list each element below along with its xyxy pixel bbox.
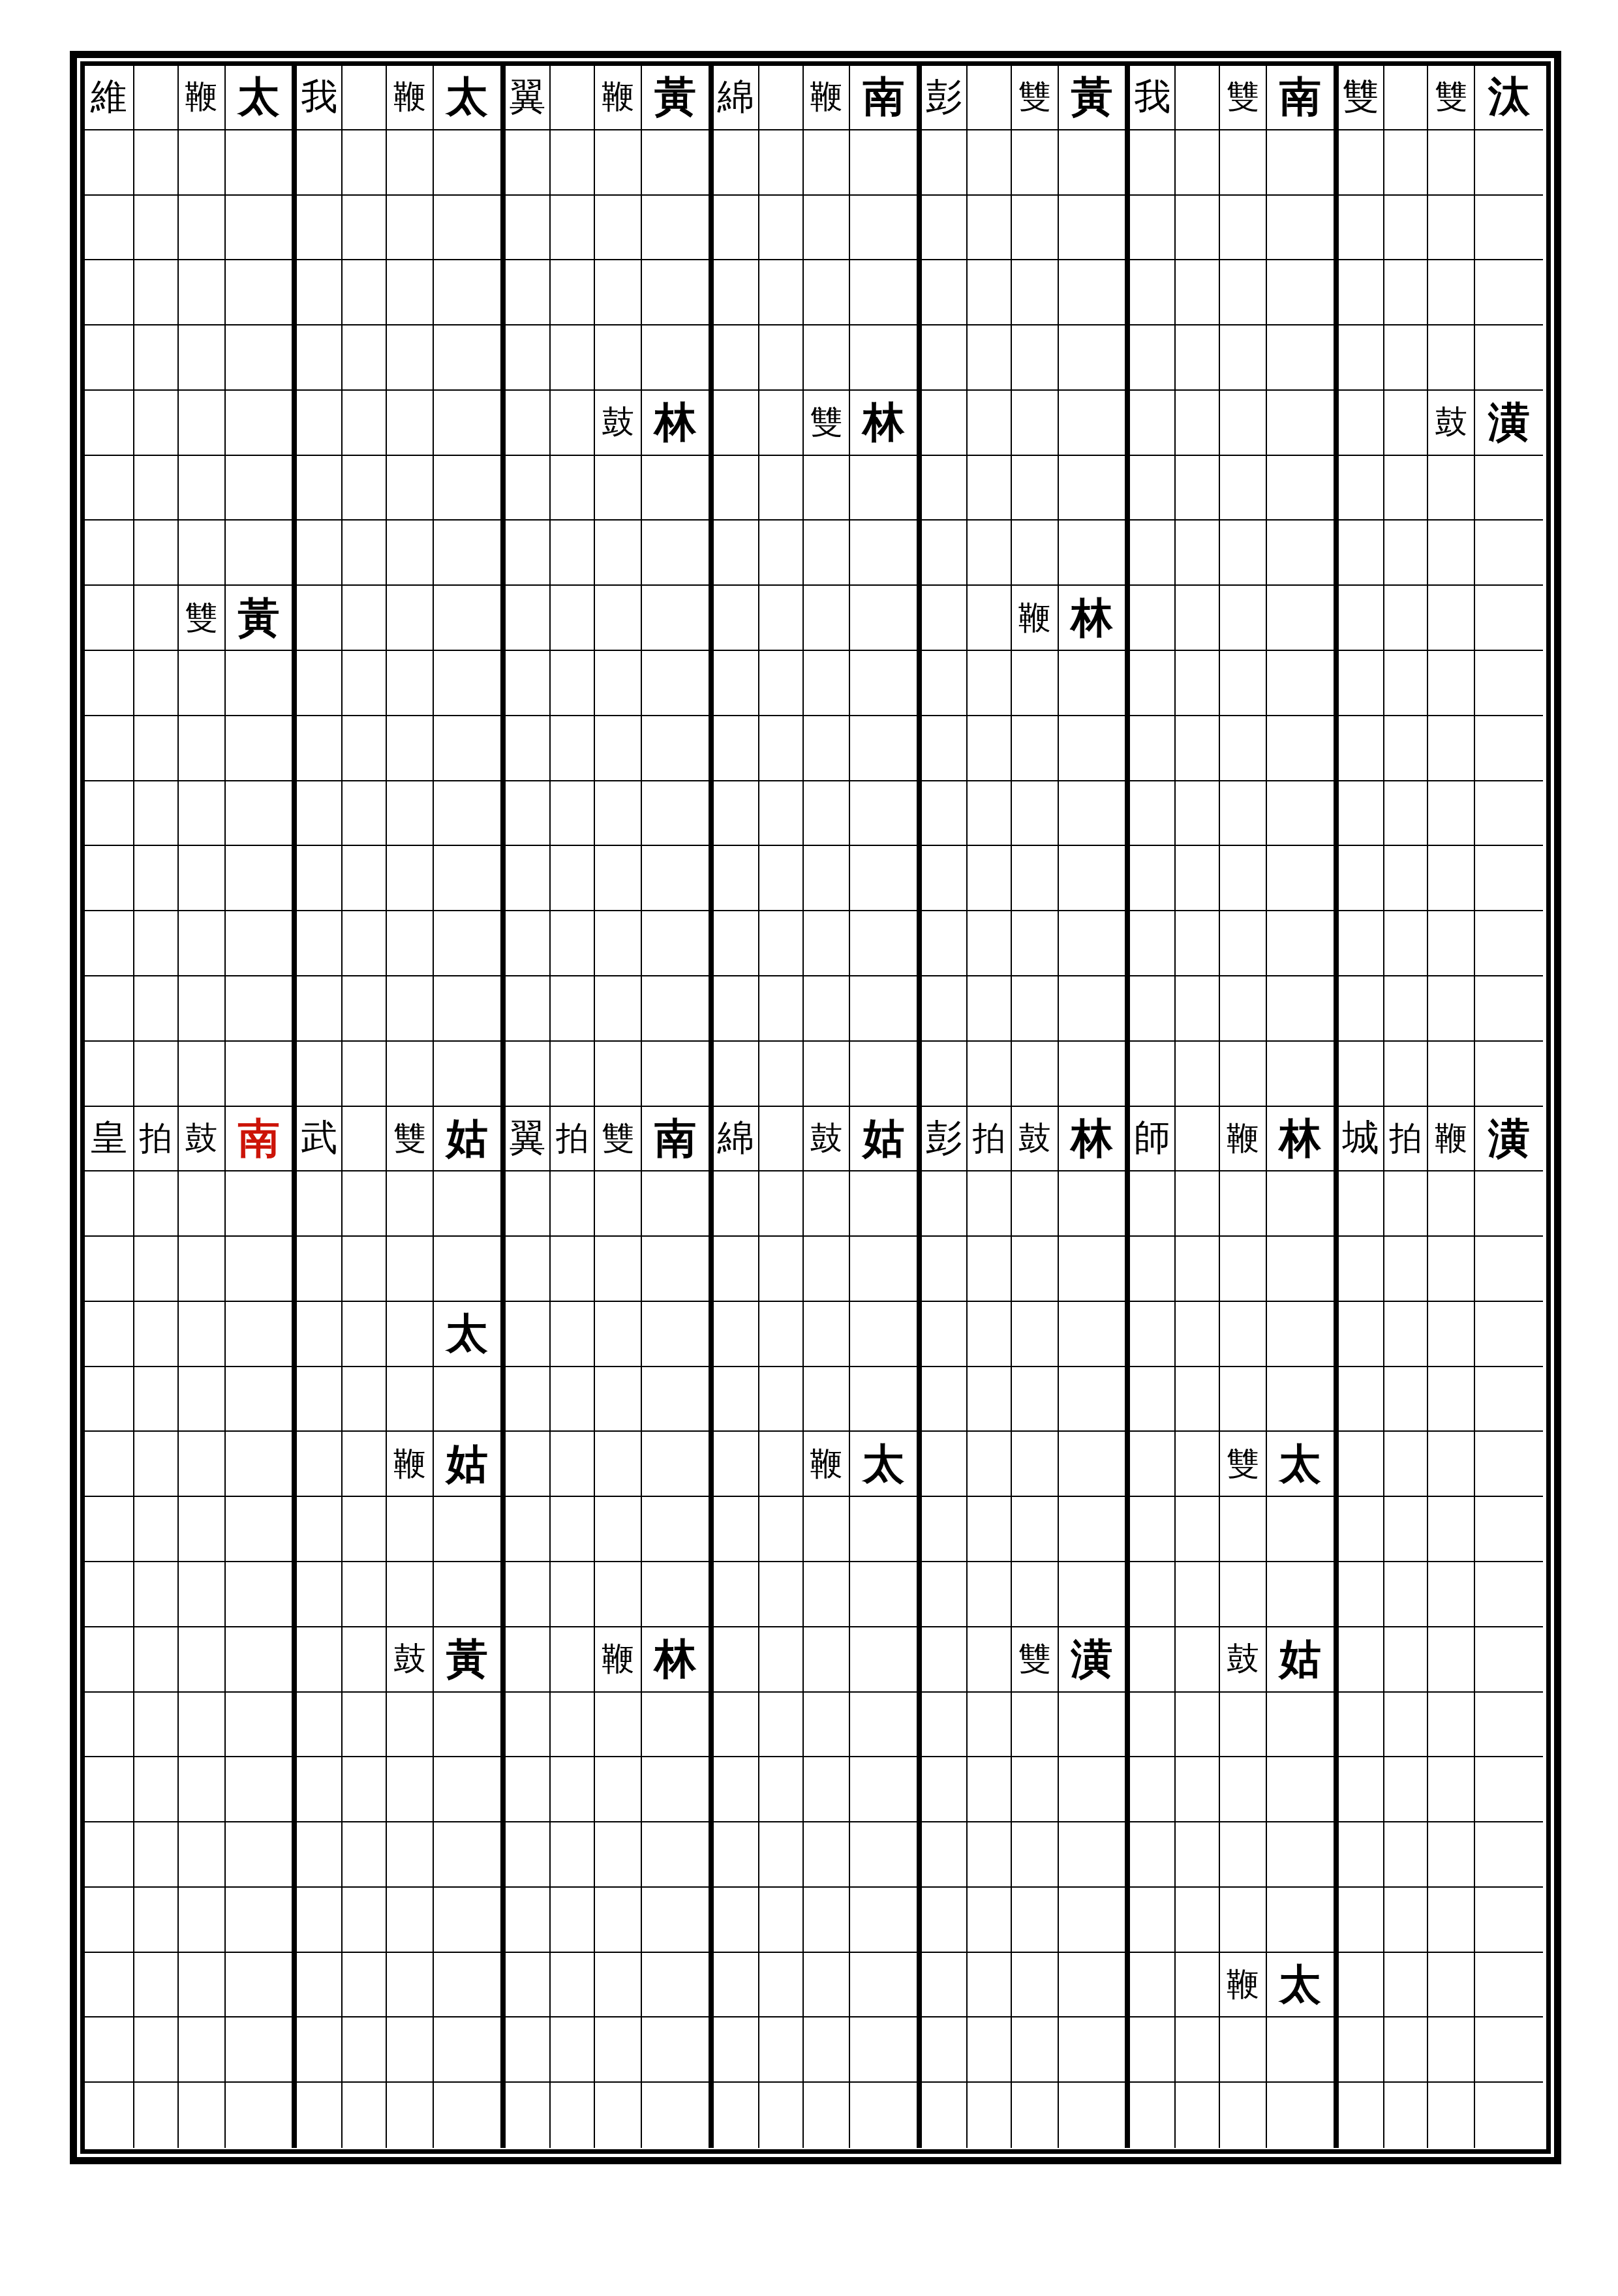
empty-jeonggan-cell: [1475, 1367, 1543, 1432]
empty-jeonggan-cell: [1220, 391, 1267, 456]
empty-jeonggan-cell: [134, 1627, 179, 1693]
empty-jeonggan-cell: [759, 130, 804, 196]
empty-jeonggan-cell: [434, 196, 502, 261]
empty-jeonggan-cell: [434, 1562, 502, 1627]
empty-jeonggan-cell: [1428, 260, 1475, 325]
empty-jeonggan-cell: [226, 716, 294, 781]
pitch-cell: 林: [1059, 1107, 1127, 1172]
empty-jeonggan-cell: [434, 260, 502, 325]
clapper-cell: 拍: [1384, 1107, 1429, 1172]
empty-jeonggan-cell: [134, 846, 179, 911]
empty-jeonggan-cell: [918, 911, 968, 976]
pitch-cell: 南: [226, 1107, 294, 1172]
empty-jeonggan-cell: [850, 196, 918, 261]
empty-jeonggan-cell: [134, 2083, 179, 2148]
empty-jeonggan-cell: [1220, 1302, 1267, 1367]
empty-jeonggan-cell: [1428, 1888, 1475, 1953]
empty-jeonggan-cell: [85, 1888, 134, 1953]
empty-jeonggan-cell: [804, 2083, 851, 2148]
empty-jeonggan-cell: [1220, 846, 1267, 911]
empty-jeonggan-cell: [343, 1107, 387, 1172]
empty-jeonggan-cell: [804, 1562, 851, 1627]
empty-jeonggan-cell: [434, 1171, 502, 1237]
score-page: 維鞭太我鞭太翼鞭黃綿鞭南彭雙黃我雙南雙雙汰鼓林雙林鼓潢雙黃鞭林皇拍鼓南武雙姑翼拍…: [0, 0, 1618, 2296]
empty-jeonggan-cell: [134, 976, 179, 1042]
empty-jeonggan-cell: [343, 1822, 387, 1888]
empty-jeonggan-cell: [1475, 1757, 1543, 1822]
empty-jeonggan-cell: [343, 196, 387, 261]
empty-jeonggan-cell: [642, 325, 710, 391]
lyric-cell: 翼: [502, 65, 551, 130]
empty-jeonggan-cell: [1428, 456, 1475, 521]
empty-jeonggan-cell: [1176, 196, 1220, 261]
empty-jeonggan-cell: [1176, 911, 1220, 976]
empty-jeonggan-cell: [85, 1757, 134, 1822]
empty-jeonggan-cell: [1059, 1237, 1127, 1302]
empty-jeonggan-cell: [804, 1953, 851, 2018]
empty-jeonggan-cell: [134, 781, 179, 847]
empty-jeonggan-cell: [968, 586, 1012, 651]
janggu-cell: 鼓: [1012, 1107, 1059, 1172]
empty-jeonggan-cell: [179, 260, 226, 325]
empty-jeonggan-cell: [1059, 196, 1127, 261]
empty-jeonggan-cell: [642, 1367, 710, 1432]
empty-jeonggan-cell: [1126, 1562, 1176, 1627]
empty-jeonggan-cell: [1220, 1693, 1267, 1758]
empty-jeonggan-cell: [918, 976, 968, 1042]
empty-jeonggan-cell: [918, 260, 968, 325]
empty-jeonggan-cell: [804, 325, 851, 391]
empty-jeonggan-cell: [293, 1042, 343, 1107]
empty-jeonggan-cell: [918, 1432, 968, 1497]
empty-jeonggan-cell: [551, 716, 595, 781]
empty-jeonggan-cell: [1475, 1497, 1543, 1562]
empty-jeonggan-cell: [850, 586, 918, 651]
empty-jeonggan-cell: [179, 781, 226, 847]
empty-jeonggan-cell: [1428, 976, 1475, 1042]
empty-jeonggan-cell: [968, 1627, 1012, 1693]
empty-jeonggan-cell: [1335, 846, 1384, 911]
empty-jeonggan-cell: [1428, 130, 1475, 196]
empty-jeonggan-cell: [1220, 911, 1267, 976]
empty-jeonggan-cell: [387, 456, 434, 521]
empty-jeonggan-cell: [434, 391, 502, 456]
empty-jeonggan-cell: [759, 196, 804, 261]
empty-jeonggan-cell: [1126, 260, 1176, 325]
empty-jeonggan-cell: [1428, 846, 1475, 911]
empty-jeonggan-cell: [804, 911, 851, 976]
empty-jeonggan-cell: [343, 1497, 387, 1562]
empty-jeonggan-cell: [387, 1497, 434, 1562]
empty-jeonggan-cell: [968, 1432, 1012, 1497]
empty-jeonggan-cell: [1384, 325, 1429, 391]
empty-jeonggan-cell: [293, 196, 343, 261]
empty-jeonggan-cell: [968, 1171, 1012, 1237]
empty-jeonggan-cell: [918, 1562, 968, 1627]
empty-jeonggan-cell: [387, 586, 434, 651]
empty-jeonggan-cell: [226, 1562, 294, 1627]
empty-jeonggan-cell: [387, 1888, 434, 1953]
empty-jeonggan-cell: [850, 1237, 918, 1302]
empty-jeonggan-cell: [387, 911, 434, 976]
empty-jeonggan-cell: [710, 2017, 759, 2083]
empty-jeonggan-cell: [918, 1627, 968, 1693]
empty-jeonggan-cell: [1335, 130, 1384, 196]
empty-jeonggan-cell: [134, 1953, 179, 2018]
empty-jeonggan-cell: [1335, 976, 1384, 1042]
empty-jeonggan-cell: [1384, 391, 1429, 456]
empty-jeonggan-cell: [1012, 521, 1059, 586]
empty-jeonggan-cell: [551, 1693, 595, 1758]
empty-jeonggan-cell: [804, 1302, 851, 1367]
empty-jeonggan-cell: [1220, 325, 1267, 391]
pitch-cell: 太: [434, 1302, 502, 1367]
empty-jeonggan-cell: [179, 1562, 226, 1627]
empty-jeonggan-cell: [1475, 1693, 1543, 1758]
empty-jeonggan-cell: [968, 130, 1012, 196]
empty-jeonggan-cell: [1126, 2017, 1176, 2083]
empty-jeonggan-cell: [387, 1693, 434, 1758]
pitch-cell: 潢: [1059, 1627, 1127, 1693]
empty-jeonggan-cell: [595, 1757, 642, 1822]
empty-jeonggan-cell: [226, 1757, 294, 1822]
empty-jeonggan-cell: [1335, 2083, 1384, 2148]
empty-jeonggan-cell: [850, 1953, 918, 2018]
empty-jeonggan-cell: [1012, 130, 1059, 196]
empty-jeonggan-cell: [1428, 716, 1475, 781]
empty-jeonggan-cell: [1335, 1757, 1384, 1822]
empty-jeonggan-cell: [918, 1042, 968, 1107]
empty-jeonggan-cell: [387, 781, 434, 847]
lyric-cell: 綿: [710, 65, 759, 130]
empty-jeonggan-cell: [1384, 1822, 1429, 1888]
empty-jeonggan-cell: [804, 130, 851, 196]
empty-jeonggan-cell: [1012, 1888, 1059, 1953]
empty-jeonggan-cell: [179, 196, 226, 261]
empty-jeonggan-cell: [293, 260, 343, 325]
empty-jeonggan-cell: [710, 716, 759, 781]
empty-jeonggan-cell: [759, 1302, 804, 1367]
empty-jeonggan-cell: [1428, 1757, 1475, 1822]
empty-jeonggan-cell: [1384, 1757, 1429, 1822]
empty-jeonggan-cell: [85, 1627, 134, 1693]
empty-jeonggan-cell: [293, 2083, 343, 2148]
empty-jeonggan-cell: [1176, 1302, 1220, 1367]
empty-jeonggan-cell: [1428, 1562, 1475, 1627]
empty-jeonggan-cell: [1220, 1822, 1267, 1888]
janggu-cell: 雙: [1428, 65, 1475, 130]
empty-jeonggan-cell: [1220, 586, 1267, 651]
empty-jeonggan-cell: [502, 1627, 551, 1693]
lyric-cell: 翼: [502, 1107, 551, 1172]
empty-jeonggan-cell: [804, 1497, 851, 1562]
empty-jeonggan-cell: [642, 1562, 710, 1627]
empty-jeonggan-cell: [1335, 911, 1384, 976]
pitch-cell: 林: [642, 1627, 710, 1693]
empty-jeonggan-cell: [343, 65, 387, 130]
empty-jeonggan-cell: [226, 1302, 294, 1367]
empty-jeonggan-cell: [1220, 651, 1267, 716]
empty-jeonggan-cell: [1059, 911, 1127, 976]
empty-jeonggan-cell: [642, 2017, 710, 2083]
empty-jeonggan-cell: [226, 391, 294, 456]
empty-jeonggan-cell: [85, 325, 134, 391]
empty-jeonggan-cell: [968, 1822, 1012, 1888]
empty-jeonggan-cell: [343, 2017, 387, 2083]
empty-jeonggan-cell: [1267, 391, 1335, 456]
empty-jeonggan-cell: [850, 456, 918, 521]
empty-jeonggan-cell: [551, 2083, 595, 2148]
empty-jeonggan-cell: [85, 260, 134, 325]
empty-jeonggan-cell: [918, 1302, 968, 1367]
empty-jeonggan-cell: [1012, 1562, 1059, 1627]
empty-jeonggan-cell: [1220, 2083, 1267, 2148]
empty-jeonggan-cell: [642, 2083, 710, 2148]
janggu-cell: 鞭: [387, 1432, 434, 1497]
empty-jeonggan-cell: [1428, 1042, 1475, 1107]
empty-jeonggan-cell: [343, 1367, 387, 1432]
empty-jeonggan-cell: [1428, 1171, 1475, 1237]
empty-jeonggan-cell: [642, 130, 710, 196]
empty-jeonggan-cell: [918, 521, 968, 586]
empty-jeonggan-cell: [1220, 1757, 1267, 1822]
empty-jeonggan-cell: [502, 976, 551, 1042]
empty-jeonggan-cell: [134, 1171, 179, 1237]
empty-jeonggan-cell: [1126, 651, 1176, 716]
empty-jeonggan-cell: [1335, 781, 1384, 847]
empty-jeonggan-cell: [343, 1562, 387, 1627]
empty-jeonggan-cell: [134, 65, 179, 130]
empty-jeonggan-cell: [134, 911, 179, 976]
empty-jeonggan-cell: [1176, 391, 1220, 456]
empty-jeonggan-cell: [1176, 1237, 1220, 1302]
empty-jeonggan-cell: [434, 1497, 502, 1562]
empty-jeonggan-cell: [293, 456, 343, 521]
lyric-cell: 我: [1126, 65, 1176, 130]
empty-jeonggan-cell: [1384, 196, 1429, 261]
empty-jeonggan-cell: [293, 781, 343, 847]
empty-jeonggan-cell: [293, 1757, 343, 1822]
empty-jeonggan-cell: [759, 781, 804, 847]
empty-jeonggan-cell: [1059, 1432, 1127, 1497]
empty-jeonggan-cell: [293, 1562, 343, 1627]
empty-jeonggan-cell: [387, 651, 434, 716]
empty-jeonggan-cell: [1428, 1237, 1475, 1302]
empty-jeonggan-cell: [642, 1302, 710, 1367]
empty-jeonggan-cell: [343, 1757, 387, 1822]
empty-jeonggan-cell: [343, 130, 387, 196]
empty-jeonggan-cell: [551, 1562, 595, 1627]
empty-jeonggan-cell: [551, 1627, 595, 1693]
empty-jeonggan-cell: [502, 1562, 551, 1627]
empty-jeonggan-cell: [1267, 716, 1335, 781]
empty-jeonggan-cell: [850, 651, 918, 716]
janggu-cell: 鼓: [804, 1107, 851, 1172]
empty-jeonggan-cell: [850, 976, 918, 1042]
empty-jeonggan-cell: [387, 1042, 434, 1107]
empty-jeonggan-cell: [1475, 1953, 1543, 2018]
empty-jeonggan-cell: [850, 1822, 918, 1888]
empty-jeonggan-cell: [759, 1497, 804, 1562]
empty-jeonggan-cell: [710, 846, 759, 911]
empty-jeonggan-cell: [179, 1237, 226, 1302]
empty-jeonggan-cell: [179, 1888, 226, 1953]
empty-jeonggan-cell: [710, 781, 759, 847]
empty-jeonggan-cell: [226, 911, 294, 976]
empty-jeonggan-cell: [85, 1171, 134, 1237]
empty-jeonggan-cell: [968, 521, 1012, 586]
empty-jeonggan-cell: [134, 325, 179, 391]
empty-jeonggan-cell: [1475, 1302, 1543, 1367]
lyric-cell: 雙: [1335, 65, 1384, 130]
empty-jeonggan-cell: [595, 260, 642, 325]
empty-jeonggan-cell: [293, 651, 343, 716]
janggu-cell: 鼓: [1220, 1627, 1267, 1693]
empty-jeonggan-cell: [343, 911, 387, 976]
empty-jeonggan-cell: [293, 1822, 343, 1888]
empty-jeonggan-cell: [759, 716, 804, 781]
empty-jeonggan-cell: [968, 976, 1012, 1042]
clapper-cell: 拍: [551, 1107, 595, 1172]
empty-jeonggan-cell: [850, 1497, 918, 1562]
empty-jeonggan-cell: [293, 911, 343, 976]
empty-jeonggan-cell: [968, 1693, 1012, 1758]
empty-jeonggan-cell: [595, 716, 642, 781]
pitch-cell: 姑: [434, 1432, 502, 1497]
empty-jeonggan-cell: [1012, 391, 1059, 456]
empty-jeonggan-cell: [1384, 2017, 1429, 2083]
empty-jeonggan-cell: [968, 781, 1012, 847]
empty-jeonggan-cell: [595, 1432, 642, 1497]
empty-jeonggan-cell: [759, 1562, 804, 1627]
empty-jeonggan-cell: [1176, 2017, 1220, 2083]
empty-jeonggan-cell: [968, 1302, 1012, 1367]
janggu-cell: 雙: [1012, 65, 1059, 130]
empty-jeonggan-cell: [759, 911, 804, 976]
empty-jeonggan-cell: [759, 1237, 804, 1302]
empty-jeonggan-cell: [1475, 1432, 1543, 1497]
empty-jeonggan-cell: [293, 521, 343, 586]
empty-jeonggan-cell: [804, 651, 851, 716]
empty-jeonggan-cell: [1176, 260, 1220, 325]
empty-jeonggan-cell: [1335, 651, 1384, 716]
empty-jeonggan-cell: [710, 1693, 759, 1758]
empty-jeonggan-cell: [968, 456, 1012, 521]
empty-jeonggan-cell: [1012, 1237, 1059, 1302]
empty-jeonggan-cell: [595, 1171, 642, 1237]
empty-jeonggan-cell: [502, 325, 551, 391]
empty-jeonggan-cell: [343, 1627, 387, 1693]
empty-jeonggan-cell: [85, 130, 134, 196]
empty-jeonggan-cell: [293, 1693, 343, 1758]
empty-jeonggan-cell: [968, 1757, 1012, 1822]
empty-jeonggan-cell: [434, 521, 502, 586]
empty-jeonggan-cell: [343, 1237, 387, 1302]
janggu-cell: 鞭: [1428, 1107, 1475, 1172]
empty-jeonggan-cell: [710, 1562, 759, 1627]
empty-jeonggan-cell: [343, 781, 387, 847]
empty-jeonggan-cell: [434, 1367, 502, 1432]
empty-jeonggan-cell: [293, 1171, 343, 1237]
empty-jeonggan-cell: [293, 130, 343, 196]
empty-jeonggan-cell: [551, 391, 595, 456]
empty-jeonggan-cell: [179, 1171, 226, 1237]
empty-jeonggan-cell: [1428, 586, 1475, 651]
empty-jeonggan-cell: [918, 1822, 968, 1888]
empty-jeonggan-cell: [759, 846, 804, 911]
empty-jeonggan-cell: [1176, 1562, 1220, 1627]
pitch-cell: 黃: [434, 1627, 502, 1693]
empty-jeonggan-cell: [226, 1042, 294, 1107]
empty-jeonggan-cell: [226, 1822, 294, 1888]
empty-jeonggan-cell: [968, 65, 1012, 130]
empty-jeonggan-cell: [1428, 1302, 1475, 1367]
empty-jeonggan-cell: [595, 1888, 642, 1953]
empty-jeonggan-cell: [85, 911, 134, 976]
empty-jeonggan-cell: [1384, 2083, 1429, 2148]
empty-jeonggan-cell: [1059, 2083, 1127, 2148]
empty-jeonggan-cell: [1267, 846, 1335, 911]
empty-jeonggan-cell: [1176, 781, 1220, 847]
empty-jeonggan-cell: [343, 1888, 387, 1953]
empty-jeonggan-cell: [85, 976, 134, 1042]
empty-jeonggan-cell: [1475, 456, 1543, 521]
empty-jeonggan-cell: [343, 521, 387, 586]
empty-jeonggan-cell: [1012, 2017, 1059, 2083]
empty-jeonggan-cell: [918, 325, 968, 391]
empty-jeonggan-cell: [1126, 1237, 1176, 1302]
empty-jeonggan-cell: [85, 1042, 134, 1107]
empty-jeonggan-cell: [1059, 260, 1127, 325]
empty-jeonggan-cell: [1220, 1171, 1267, 1237]
empty-jeonggan-cell: [551, 1432, 595, 1497]
empty-jeonggan-cell: [595, 846, 642, 911]
janggu-cell: 鼓: [387, 1627, 434, 1693]
lyric-cell: 彭: [918, 1107, 968, 1172]
empty-jeonggan-cell: [1428, 521, 1475, 586]
empty-jeonggan-cell: [710, 1627, 759, 1693]
empty-jeonggan-cell: [759, 1693, 804, 1758]
empty-jeonggan-cell: [1126, 846, 1176, 911]
empty-jeonggan-cell: [968, 846, 1012, 911]
empty-jeonggan-cell: [595, 586, 642, 651]
empty-jeonggan-cell: [804, 846, 851, 911]
empty-jeonggan-cell: [1220, 976, 1267, 1042]
empty-jeonggan-cell: [551, 1497, 595, 1562]
empty-jeonggan-cell: [226, 456, 294, 521]
empty-jeonggan-cell: [918, 1367, 968, 1432]
empty-jeonggan-cell: [226, 325, 294, 391]
empty-jeonggan-cell: [502, 846, 551, 911]
empty-jeonggan-cell: [804, 260, 851, 325]
empty-jeonggan-cell: [710, 325, 759, 391]
empty-jeonggan-cell: [642, 586, 710, 651]
empty-jeonggan-cell: [1384, 1693, 1429, 1758]
empty-jeonggan-cell: [1176, 65, 1220, 130]
empty-jeonggan-cell: [968, 716, 1012, 781]
lyric-cell: 我: [293, 65, 343, 130]
empty-jeonggan-cell: [226, 2017, 294, 2083]
empty-jeonggan-cell: [1012, 1367, 1059, 1432]
empty-jeonggan-cell: [226, 976, 294, 1042]
empty-jeonggan-cell: [968, 260, 1012, 325]
empty-jeonggan-cell: [850, 521, 918, 586]
empty-jeonggan-cell: [1059, 1562, 1127, 1627]
empty-jeonggan-cell: [642, 1237, 710, 1302]
empty-jeonggan-cell: [850, 1042, 918, 1107]
empty-jeonggan-cell: [710, 976, 759, 1042]
empty-jeonggan-cell: [179, 911, 226, 976]
